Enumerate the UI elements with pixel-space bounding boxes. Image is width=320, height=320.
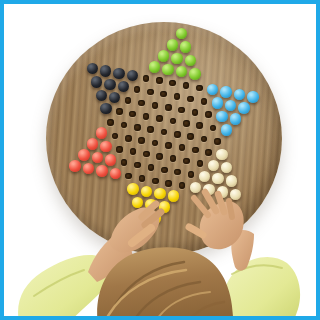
- board-hole[interactable]: [138, 100, 145, 107]
- board-hole[interactable]: [156, 153, 163, 160]
- board-hole[interactable]: [197, 160, 204, 167]
- board-hole[interactable]: [152, 178, 159, 185]
- marble-blue[interactable]: [221, 124, 232, 135]
- board-hole[interactable]: [165, 142, 172, 149]
- marble-red[interactable]: [92, 152, 103, 163]
- board-hole[interactable]: [174, 169, 181, 176]
- marble-blue[interactable]: [230, 113, 241, 124]
- board-hole[interactable]: [112, 133, 119, 140]
- board-hole[interactable]: [196, 122, 203, 129]
- child-left-sleeve: [221, 257, 300, 320]
- hair-strand-5: [184, 302, 224, 320]
- board-hole[interactable]: [147, 126, 154, 133]
- board-hole[interactable]: [201, 136, 208, 143]
- marble-black[interactable]: [104, 79, 115, 90]
- marble-red[interactable]: [96, 127, 107, 138]
- board-hole[interactable]: [107, 119, 114, 126]
- board-hole[interactable]: [179, 144, 186, 151]
- marble-blue[interactable]: [212, 97, 223, 108]
- board-hole[interactable]: [178, 107, 185, 114]
- board-hole[interactable]: [165, 180, 172, 187]
- marble-red[interactable]: [100, 141, 111, 152]
- marble-black[interactable]: [113, 68, 124, 79]
- marble-blue[interactable]: [238, 102, 249, 113]
- marble-red[interactable]: [69, 160, 80, 171]
- marble-yellow[interactable]: [127, 183, 138, 194]
- board-hole[interactable]: [148, 164, 155, 171]
- board-hole[interactable]: [156, 77, 163, 84]
- marble-green[interactable]: [171, 53, 182, 64]
- marble-blue[interactable]: [207, 84, 218, 95]
- scene: [0, 0, 320, 320]
- marble-white[interactable]: [217, 186, 228, 197]
- board-hole[interactable]: [134, 86, 141, 93]
- marble-green[interactable]: [185, 55, 196, 66]
- hair-strand-1: [116, 262, 184, 304]
- board-hole[interactable]: [192, 109, 199, 116]
- board-hole[interactable]: [143, 151, 150, 158]
- hair-strand-3: [132, 282, 200, 320]
- marble-yellow[interactable]: [154, 188, 165, 199]
- board-hole[interactable]: [125, 135, 132, 142]
- marble-blue[interactable]: [216, 111, 227, 122]
- hair-strand-2: [108, 270, 186, 316]
- board-hole[interactable]: [116, 146, 123, 153]
- board-hole[interactable]: [134, 124, 141, 131]
- board-hole[interactable]: [121, 159, 128, 166]
- marble-red[interactable]: [105, 154, 116, 165]
- board-hole[interactable]: [174, 93, 181, 100]
- marble-white[interactable]: [221, 162, 232, 173]
- board-hole[interactable]: [160, 91, 167, 98]
- child-right-sleeve: [18, 255, 112, 320]
- board-hole[interactable]: [116, 108, 123, 115]
- hair-strand-4: [154, 292, 210, 320]
- marble-white[interactable]: [208, 160, 219, 171]
- marble-white[interactable]: [212, 173, 223, 184]
- board-hole[interactable]: [201, 98, 208, 105]
- board-hole[interactable]: [187, 96, 194, 103]
- marble-green[interactable]: [149, 61, 160, 72]
- marble-yellow[interactable]: [150, 212, 161, 223]
- board-hole[interactable]: [183, 82, 190, 89]
- board-hole[interactable]: [152, 102, 159, 109]
- board-hole[interactable]: [125, 97, 132, 104]
- marble-yellow[interactable]: [159, 201, 170, 212]
- board-hole[interactable]: [156, 115, 163, 122]
- marble-yellow[interactable]: [168, 190, 179, 201]
- marble-blue[interactable]: [225, 100, 236, 111]
- board-hole[interactable]: [165, 104, 172, 111]
- marble-red[interactable]: [96, 165, 107, 176]
- sleeve-cuff-fold: [232, 265, 282, 274]
- marble-green[interactable]: [189, 68, 200, 79]
- board-hole[interactable]: [174, 131, 181, 138]
- marble-black[interactable]: [127, 70, 138, 81]
- sleeve-fold: [34, 270, 84, 296]
- board-hole[interactable]: [205, 111, 212, 118]
- board-hole[interactable]: [205, 149, 212, 156]
- marble-blue[interactable]: [234, 89, 245, 100]
- board-hole[interactable]: [169, 80, 176, 87]
- board-hole[interactable]: [143, 113, 150, 120]
- marble-red[interactable]: [110, 168, 121, 179]
- board-hole[interactable]: [147, 89, 154, 96]
- marble-white[interactable]: [216, 149, 227, 160]
- marble-red[interactable]: [78, 149, 89, 160]
- board-hole[interactable]: [188, 171, 195, 178]
- board-hole[interactable]: [129, 111, 136, 118]
- marble-blue[interactable]: [247, 91, 258, 102]
- board-hole[interactable]: [187, 133, 194, 140]
- child-hair: [97, 247, 233, 320]
- marble-blue[interactable]: [220, 86, 231, 97]
- marble-yellow[interactable]: [141, 186, 152, 197]
- board-hole[interactable]: [121, 122, 128, 129]
- board-hole[interactable]: [130, 148, 137, 155]
- chinese-checkers-board: [46, 22, 282, 255]
- marble-black[interactable]: [100, 103, 111, 114]
- marble-black[interactable]: [87, 63, 98, 74]
- marble-yellow[interactable]: [141, 223, 152, 234]
- board-hole[interactable]: [179, 182, 186, 189]
- marble-green[interactable]: [176, 66, 187, 77]
- marble-green[interactable]: [162, 64, 173, 75]
- marble-green[interactable]: [158, 50, 169, 61]
- board-hole[interactable]: [183, 158, 190, 165]
- marble-white[interactable]: [199, 171, 210, 182]
- board-hole[interactable]: [161, 167, 168, 174]
- board-hole[interactable]: [183, 120, 190, 127]
- marble-white[interactable]: [190, 182, 201, 193]
- marble-yellow[interactable]: [145, 199, 156, 210]
- marble-green[interactable]: [176, 28, 187, 39]
- marble-green[interactable]: [167, 39, 178, 50]
- board-hole[interactable]: [192, 147, 199, 154]
- marble-red[interactable]: [87, 138, 98, 149]
- board-hole[interactable]: [138, 137, 145, 144]
- board-hole[interactable]: [134, 162, 141, 169]
- child-left-forearm: [231, 230, 254, 271]
- marble-white[interactable]: [230, 189, 241, 200]
- marble-yellow[interactable]: [132, 197, 143, 208]
- board-hole[interactable]: [214, 138, 221, 145]
- marble-black[interactable]: [100, 65, 111, 76]
- board-hole[interactable]: [125, 173, 132, 180]
- marble-black[interactable]: [118, 81, 129, 92]
- board-hole[interactable]: [161, 129, 168, 136]
- board-hole[interactable]: [152, 140, 159, 147]
- board-hole[interactable]: [143, 75, 150, 82]
- board-hole[interactable]: [170, 118, 177, 125]
- board-hole[interactable]: [196, 85, 203, 92]
- board-hole[interactable]: [139, 175, 146, 182]
- board-hole[interactable]: [170, 155, 177, 162]
- board-hole[interactable]: [210, 125, 217, 132]
- marble-black[interactable]: [91, 76, 102, 87]
- marble-black[interactable]: [96, 90, 107, 101]
- marble-yellow[interactable]: [137, 210, 148, 221]
- marble-white[interactable]: [203, 184, 214, 195]
- marble-green[interactable]: [180, 41, 191, 52]
- marble-red[interactable]: [83, 163, 94, 174]
- marble-black[interactable]: [109, 92, 120, 103]
- marble-white[interactable]: [226, 175, 237, 186]
